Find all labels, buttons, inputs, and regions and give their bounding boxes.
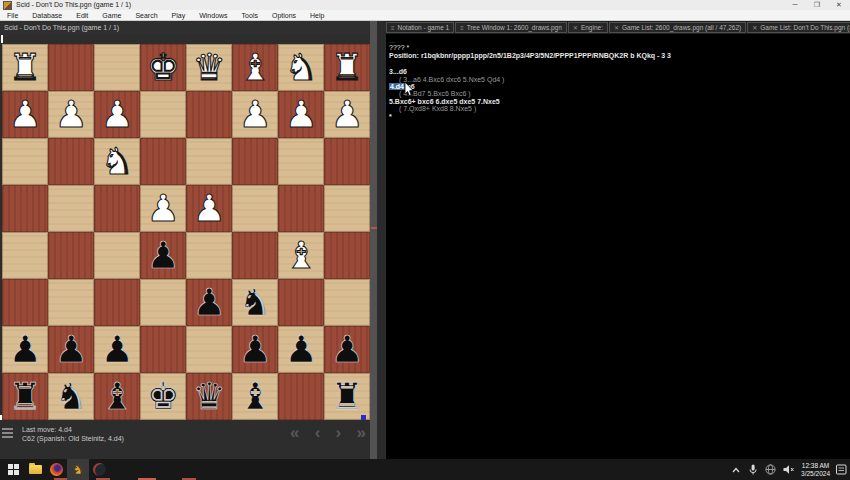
square-e5[interactable]: ♟ [140, 232, 186, 279]
piece-black-pawn[interactable]: ♟ [192, 279, 225, 326]
square-c3[interactable] [232, 138, 278, 185]
menu-help[interactable]: Help [303, 10, 331, 21]
tab-tree-window-1-2600-draws-pgn[interactable]: ≡Tree Window 1: 2600_draws.pgn [455, 22, 567, 33]
notation-line-dots: ... [389, 37, 850, 44]
square-d8[interactable]: ♛ [186, 373, 232, 420]
clock-date: 3/25/2024 [801, 470, 830, 478]
square-a4[interactable] [324, 185, 370, 232]
piece-black-pawn[interactable]: ♟ [330, 326, 363, 373]
app-icon [3, 1, 12, 10]
square-g5[interactable] [48, 232, 94, 279]
tab-game-list-don-t-do-this-pgn-all-1[interactable]: ✕Game List: Don't Do This.pgn (all / 1) [747, 22, 850, 33]
menu-game[interactable]: Game [95, 10, 128, 21]
tab-game-list-2600-draws-pgn-all-47-262[interactable]: ✕Game List: 2600_draws.pgn (all / 47,262… [609, 22, 746, 33]
square-e8[interactable]: ♚ [140, 373, 186, 420]
piece-white-pawn[interactable]: ♟ [330, 91, 363, 138]
square-e6[interactable] [140, 279, 186, 326]
piece-white-pawn[interactable]: ♟ [8, 91, 41, 138]
square-e3[interactable] [140, 138, 186, 185]
clock[interactable]: 12:38 AM 3/25/2024 [801, 462, 830, 477]
hamburger-icon[interactable] [2, 428, 13, 440]
menu-file[interactable]: File [0, 10, 25, 21]
square-b2[interactable]: ♟ [278, 91, 324, 138]
piece-black-pawn[interactable]: ♟ [100, 326, 133, 373]
piece-white-pawn[interactable]: ♟ [54, 91, 87, 138]
square-c7[interactable]: ♟ [232, 326, 278, 373]
notation-line-var[interactable]: ( 4...Bd7 5.Bxc6 Bxc6 ) [389, 90, 850, 97]
scid-application-window: Scid - Don't Do This.pgn (game 1 / 1) ─ … [0, 0, 850, 480]
square-e7[interactable] [140, 326, 186, 373]
piece-white-pawn[interactable]: ♟ [100, 91, 133, 138]
square-g4[interactable] [48, 185, 94, 232]
square-f5[interactable] [94, 232, 140, 279]
menu-search[interactable]: Search [128, 10, 164, 21]
piece-black-bishop[interactable]: ♝ [100, 373, 133, 420]
taskbar: ♞ 12:38 AM [0, 459, 850, 480]
square-f8[interactable]: ♝ [94, 373, 140, 420]
square-c5[interactable] [232, 232, 278, 279]
piece-white-rook[interactable]: ♜ [330, 44, 363, 91]
chess-board: ♜♚♛♝♞♜♟♟♟♟♟♟♞♟♟♟♝♟♞♟♟♟♟♟♟♜♞♝♚♛♝♜ [2, 44, 370, 420]
notation-moves: ...???? *Position: r1bqkbnr/pppp1ppp/2n5… [386, 34, 850, 120]
notation-line-var[interactable]: ( 3...a6 4.Bxc6 dxc6 5.Nxe5 Qd4 ) [389, 76, 850, 83]
clock-time: 12:38 AM [801, 462, 830, 470]
square-h2[interactable]: ♟ [2, 91, 48, 138]
piece-white-pawn[interactable]: ♟ [238, 91, 271, 138]
last-move-text: Last move: 4.d4 [22, 426, 72, 433]
tab-bar: ≡Notation - game 1≡Tree Window 1: 2600_d… [386, 21, 850, 34]
board-pane-header: Scid - Don't Do This.pgn (game 1 / 1) [0, 21, 370, 34]
square-g7[interactable]: ♟ [48, 326, 94, 373]
square-h3[interactable] [2, 138, 48, 185]
menu-options[interactable]: Options [265, 10, 303, 21]
tab-grip-icon: ≡ [460, 25, 464, 31]
square-d5[interactable] [186, 232, 232, 279]
tab-grip-icon: ≡ [391, 25, 395, 31]
menu-database[interactable]: Database [25, 10, 69, 21]
nav-first-button[interactable]: « [290, 422, 299, 444]
scid-knight-icon: ♞ [72, 459, 84, 480]
notation-line-main[interactable]: 5.Bxc6+ bxc6 6.dxe5 dxe5 7.Nxe5 [389, 98, 850, 105]
tab-close-icon[interactable]: ✕ [614, 24, 619, 31]
piece-white-queen[interactable]: ♛ [192, 44, 225, 91]
square-c8[interactable]: ♝ [232, 373, 278, 420]
minimize-button[interactable]: ─ [784, 0, 806, 10]
notation-line-main[interactable]: 4.d4 a6 [389, 83, 850, 90]
square-g8[interactable]: ♞ [48, 373, 94, 420]
nav-prev-button[interactable]: ‹ [315, 422, 321, 444]
piece-white-king[interactable]: ♚ [146, 44, 179, 91]
piece-white-pawn[interactable]: ♟ [192, 185, 225, 232]
square-f2[interactable]: ♟ [94, 91, 140, 138]
square-d7[interactable] [186, 326, 232, 373]
piece-white-knight[interactable]: ♞ [100, 138, 133, 185]
square-b6[interactable] [278, 279, 324, 326]
square-a7[interactable]: ♟ [324, 326, 370, 373]
piece-white-rook[interactable]: ♜ [8, 44, 41, 91]
piece-black-knight[interactable]: ♞ [54, 373, 87, 420]
square-f4[interactable] [94, 185, 140, 232]
firefox-button[interactable] [47, 459, 65, 480]
square-h4[interactable] [2, 185, 48, 232]
piece-black-rook[interactable]: ♜ [330, 373, 363, 420]
square-b5[interactable]: ♝ [278, 232, 324, 279]
square-e1[interactable]: ♚ [140, 44, 186, 91]
window-title: Scid - Don't Do This.pgn (game 1 / 1) [16, 0, 131, 10]
square-a3[interactable] [324, 138, 370, 185]
menu-windows[interactable]: Windows [192, 10, 234, 21]
start-button[interactable] [4, 459, 22, 480]
tab-label: Game List: 2600_draws.pgn (all / 47,262) [622, 24, 741, 31]
square-c4[interactable] [232, 185, 278, 232]
hidden-icons-chevron-icon[interactable] [730, 464, 742, 476]
menu-edit[interactable]: Edit [69, 10, 95, 21]
app-dark-button[interactable] [90, 459, 108, 480]
notation-pane: ≡Notation - game 1≡Tree Window 1: 2600_d… [386, 21, 850, 459]
square-c6[interactable]: ♞ [232, 279, 278, 326]
square-h5[interactable] [2, 232, 48, 279]
square-b7[interactable]: ♟ [278, 326, 324, 373]
notation-line-main[interactable]: 3...d6 [389, 68, 850, 75]
piece-black-knight[interactable]: ♞ [238, 279, 271, 326]
square-d3[interactable] [186, 138, 232, 185]
square-a8[interactable]: ♜ [324, 373, 370, 420]
square-c2[interactable]: ♟ [232, 91, 278, 138]
piece-white-bishop[interactable]: ♝ [238, 44, 271, 91]
square-b8[interactable] [278, 373, 324, 420]
maximize-button[interactable]: ❐ [806, 0, 828, 10]
square-h6[interactable] [2, 279, 48, 326]
notation-line-header: ???? * [389, 44, 850, 51]
network-globe-icon[interactable] [764, 463, 777, 476]
piece-black-bishop[interactable]: ♝ [238, 373, 271, 420]
scid-taskbar-button[interactable]: ♞ [67, 459, 89, 480]
piece-white-bishop[interactable]: ♝ [284, 232, 317, 279]
notation-line-result: * [389, 113, 850, 120]
tab-engine[interactable]: ✕Engine: [568, 22, 608, 33]
square-h7[interactable]: ♟ [2, 326, 48, 373]
piece-black-king[interactable]: ♚ [146, 373, 179, 420]
tab-label: Notation - game 1 [398, 24, 450, 31]
menu-tools[interactable]: Tools [235, 10, 265, 21]
board-pane: Scid - Don't Do This.pgn (game 1 / 1) ♜♚… [0, 21, 370, 459]
piece-black-pawn[interactable]: ♟ [8, 326, 41, 373]
piece-black-pawn[interactable]: ♟ [238, 326, 271, 373]
square-b4[interactable] [278, 185, 324, 232]
current-move[interactable]: 4.d4 [389, 83, 405, 90]
status-strip: Last move: 4.d4 C62 (Spanish: Old Steini… [0, 420, 370, 459]
tab-label: Game List: Don't Do This.pgn (all / 1) [760, 24, 850, 31]
square-d6[interactable]: ♟ [186, 279, 232, 326]
square-b1[interactable]: ♞ [278, 44, 324, 91]
square-f3[interactable]: ♞ [94, 138, 140, 185]
square-g2[interactable]: ♟ [48, 91, 94, 138]
piece-black-pawn[interactable]: ♟ [54, 326, 87, 373]
piece-white-pawn[interactable]: ♟ [146, 185, 179, 232]
square-g6[interactable] [48, 279, 94, 326]
square-g1[interactable] [48, 44, 94, 91]
speaker-icon[interactable] [782, 463, 795, 476]
action-center-icon[interactable] [835, 463, 848, 476]
nav-last-button[interactable]: » [357, 422, 366, 444]
firefox-icon [50, 463, 63, 476]
notation-line-var[interactable]: ( 7.Qxd8+ Kxd8 8.Nxe5 ) [389, 105, 850, 112]
tab-notation-game-1[interactable]: ≡Notation - game 1 [386, 22, 454, 33]
system-tray: 12:38 AM 3/25/2024 [725, 459, 848, 480]
piece-black-queen[interactable]: ♛ [192, 373, 225, 420]
title-bar: Scid - Don't Do This.pgn (game 1 / 1) ─ … [0, 0, 850, 10]
square-h1[interactable]: ♜ [2, 44, 48, 91]
square-e2[interactable] [140, 91, 186, 138]
file-explorer-button[interactable] [26, 459, 44, 480]
focus-caret [1, 35, 3, 43]
square-b3[interactable] [278, 138, 324, 185]
piece-white-knight[interactable]: ♞ [284, 44, 317, 91]
tab-close-icon[interactable]: ✕ [752, 24, 757, 31]
nav-next-button[interactable]: › [336, 422, 342, 444]
piece-white-pawn[interactable]: ♟ [284, 91, 317, 138]
piece-black-rook[interactable]: ♜ [8, 373, 41, 420]
square-d1[interactable]: ♛ [186, 44, 232, 91]
square-a1[interactable]: ♜ [324, 44, 370, 91]
square-e4[interactable]: ♟ [140, 185, 186, 232]
mouse-cursor-icon [404, 82, 415, 98]
tab-label: Tree Window 1: 2600_draws.pgn [467, 24, 562, 31]
tab-label: Engine: [581, 24, 603, 31]
square-h8[interactable]: ♜ [2, 373, 48, 420]
eco-opening-text: C62 (Spanish: Old Steinitz, 4.d4) [22, 435, 124, 442]
microphone-icon[interactable] [747, 463, 759, 476]
windows-logo-icon [8, 464, 19, 475]
piece-black-pawn[interactable]: ♟ [284, 326, 317, 373]
move-navigation: «‹›» [290, 422, 366, 444]
square-f6[interactable] [94, 279, 140, 326]
square-g3[interactable] [48, 138, 94, 185]
folder-icon [29, 465, 42, 474]
menu-play[interactable]: Play [165, 10, 193, 21]
square-d2[interactable] [186, 91, 232, 138]
square-a6[interactable] [324, 279, 370, 326]
square-a2[interactable]: ♟ [324, 91, 370, 138]
notation-line-position: Position: r1bqkbnr/pppp1ppp/2n5/1B2p3/4P… [389, 52, 850, 59]
tab-close-icon[interactable]: ✕ [573, 24, 578, 31]
pane-splitter[interactable] [370, 21, 386, 459]
dark-app-icon [93, 463, 106, 476]
square-f7[interactable]: ♟ [94, 326, 140, 373]
square-a5[interactable] [324, 232, 370, 279]
square-d4[interactable]: ♟ [186, 185, 232, 232]
square-c1[interactable]: ♝ [232, 44, 278, 91]
splitter-handle-icon[interactable] [371, 227, 377, 229]
menu-bar: FileDatabaseEditGameSearchPlayWindowsToo… [0, 10, 850, 21]
close-button[interactable]: ✕ [828, 0, 850, 10]
piece-black-pawn[interactable]: ♟ [146, 232, 179, 279]
square-f1[interactable] [94, 44, 140, 91]
